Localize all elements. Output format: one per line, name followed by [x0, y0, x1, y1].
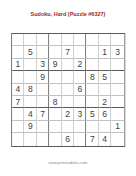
cell-r5c4: [49, 84, 61, 96]
cell-r2c5: 7: [62, 46, 74, 58]
cell-r4c6: [74, 71, 86, 83]
cell-r8c4: [49, 121, 61, 133]
cell-r5c9: [111, 84, 123, 96]
cell-r4c9: [111, 71, 123, 83]
cell-r6c2: [25, 96, 37, 108]
cell-r4c4: [49, 71, 61, 83]
cell-r4c8: 5: [99, 71, 111, 83]
cell-r3c1: 1: [12, 59, 24, 71]
cell-r3c3: 3: [37, 59, 49, 71]
cell-r1c1: [12, 34, 24, 46]
footer-url: www.printsudoku.com: [0, 160, 136, 165]
cell-r2c2: 5: [25, 46, 37, 58]
cell-r5c7: [87, 84, 99, 96]
cell-r2c8: 1: [99, 46, 111, 58]
cell-r7c6: 3: [74, 108, 86, 120]
cell-r9c7: 7: [87, 133, 99, 145]
cell-r2c9: 3: [111, 46, 123, 58]
cell-r2c3: [37, 46, 49, 58]
sudoku-board: 5713139298548678247235691674: [11, 33, 125, 147]
cell-r1c6: [74, 34, 86, 46]
cell-r8c8: [99, 121, 111, 133]
cell-r4c3: 9: [37, 71, 49, 83]
cell-r7c7: 5: [87, 108, 99, 120]
cell-r1c3: [37, 34, 49, 46]
cell-r6c7: [87, 96, 99, 108]
cell-r7c9: [111, 108, 123, 120]
cell-r7c3: 7: [37, 108, 49, 120]
cell-r6c4: 8: [49, 96, 61, 108]
cell-r8c3: [37, 121, 49, 133]
cell-r1c4: [49, 34, 61, 46]
cell-r7c4: [49, 108, 61, 120]
cell-r6c1: 7: [12, 96, 24, 108]
cell-r3c6: 2: [74, 59, 86, 71]
cell-r8c6: [74, 121, 86, 133]
cell-r5c5: [62, 84, 74, 96]
cell-r6c6: [74, 96, 86, 108]
cell-r5c8: [99, 84, 111, 96]
cell-r5c6: 6: [74, 84, 86, 96]
cell-r9c1: [12, 133, 24, 145]
cell-r5c3: [37, 84, 49, 96]
cell-r8c9: 1: [111, 121, 123, 133]
printable-sudoku-page: Sudoku, Hard (Puzzle #6327) 571313929854…: [0, 0, 136, 176]
cell-r6c3: [37, 96, 49, 108]
cell-r7c8: 6: [99, 108, 111, 120]
cell-r9c3: [37, 133, 49, 145]
cell-r5c2: 8: [25, 84, 37, 96]
cell-r8c5: [62, 121, 74, 133]
cell-r3c7: [87, 59, 99, 71]
cell-r8c7: [87, 121, 99, 133]
cell-r1c9: [111, 34, 123, 46]
cell-r1c8: [99, 34, 111, 46]
cell-r2c6: [74, 46, 86, 58]
puzzle-title: Sudoku, Hard (Puzzle #6327): [0, 11, 136, 17]
cell-r8c1: [12, 121, 24, 133]
cell-r2c7: [87, 46, 99, 58]
cell-r1c2: [25, 34, 37, 46]
cell-r8c2: 9: [25, 121, 37, 133]
cell-r6c8: 2: [99, 96, 111, 108]
cell-r7c5: 2: [62, 108, 74, 120]
cell-r2c1: [12, 46, 24, 58]
cell-r3c2: [25, 59, 37, 71]
cell-r9c5: 6: [62, 133, 74, 145]
cell-r6c5: [62, 96, 74, 108]
cell-r5c1: 4: [12, 84, 24, 96]
cell-r9c4: [49, 133, 61, 145]
cell-r1c7: [87, 34, 99, 46]
cell-r9c8: 4: [99, 133, 111, 145]
cell-r6c9: [111, 96, 123, 108]
cell-r7c2: 4: [25, 108, 37, 120]
cell-r4c7: 8: [87, 71, 99, 83]
cell-r9c9: [111, 133, 123, 145]
cell-r2c4: [49, 46, 61, 58]
cell-r3c4: 9: [49, 59, 61, 71]
cell-r7c1: [12, 108, 24, 120]
cell-r1c5: [62, 34, 74, 46]
cell-r3c5: [62, 59, 74, 71]
cell-r3c9: [111, 59, 123, 71]
cell-r4c2: [25, 71, 37, 83]
cell-r3c8: [99, 59, 111, 71]
cell-r4c1: [12, 71, 24, 83]
cell-r9c6: [74, 133, 86, 145]
cell-r9c2: [25, 133, 37, 145]
cell-r4c5: [62, 71, 74, 83]
